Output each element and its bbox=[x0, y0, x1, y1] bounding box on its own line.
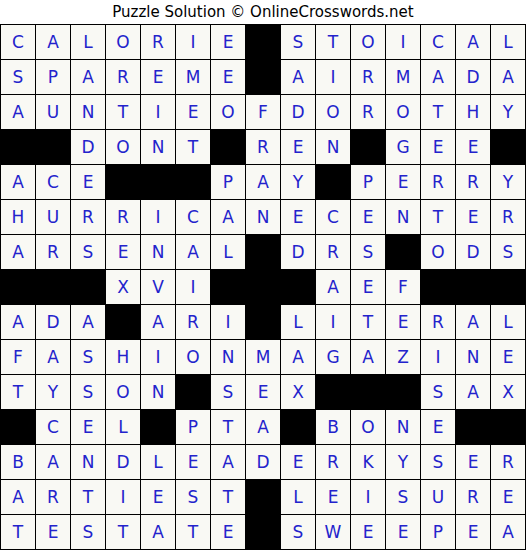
block-cell bbox=[36, 270, 70, 304]
block-cell bbox=[491, 270, 525, 304]
letter-cell: L bbox=[211, 235, 245, 269]
letter-cell: R bbox=[491, 200, 525, 234]
letter-cell: O bbox=[386, 95, 420, 129]
letter-cell: E bbox=[386, 305, 420, 339]
block-cell bbox=[351, 375, 385, 409]
block-cell bbox=[36, 130, 70, 164]
letter-cell: A bbox=[1, 480, 35, 514]
block-cell bbox=[141, 410, 175, 444]
letter-cell: N bbox=[141, 130, 175, 164]
letter-cell: R bbox=[71, 200, 105, 234]
letter-cell: R bbox=[176, 305, 210, 339]
letter-cell: C bbox=[36, 165, 70, 199]
letter-cell: L bbox=[491, 305, 525, 339]
letter-cell: R bbox=[106, 60, 140, 94]
letter-cell: E bbox=[281, 200, 315, 234]
letter-cell: E bbox=[176, 95, 210, 129]
letter-cell: Y bbox=[281, 165, 315, 199]
letter-cell: I bbox=[141, 95, 175, 129]
letter-cell: E bbox=[421, 130, 455, 164]
letter-cell: A bbox=[71, 305, 105, 339]
letter-cell: L bbox=[141, 445, 175, 479]
letter-cell: T bbox=[211, 480, 245, 514]
letter-cell: E bbox=[351, 270, 385, 304]
letter-cell: O bbox=[106, 25, 140, 59]
letter-cell: T bbox=[176, 130, 210, 164]
block-cell bbox=[141, 165, 175, 199]
letter-cell: D bbox=[71, 130, 105, 164]
letter-cell: X bbox=[106, 270, 140, 304]
letter-cell: L bbox=[281, 480, 315, 514]
letter-cell: R bbox=[456, 165, 490, 199]
block-cell bbox=[316, 375, 350, 409]
block-cell bbox=[316, 165, 350, 199]
letter-cell: D bbox=[246, 445, 280, 479]
letter-cell: A bbox=[456, 25, 490, 59]
letter-cell: K bbox=[351, 445, 385, 479]
letter-cell: D bbox=[281, 235, 315, 269]
letter-cell: Y bbox=[36, 375, 70, 409]
letter-cell: A bbox=[141, 515, 175, 549]
page-title: Puzzle Solution © OnlineCrosswords.net bbox=[0, 0, 526, 24]
letter-cell: D bbox=[36, 305, 70, 339]
letter-cell: E bbox=[281, 130, 315, 164]
letter-cell: W bbox=[316, 515, 350, 549]
letter-cell: C bbox=[176, 200, 210, 234]
letter-cell: I bbox=[176, 270, 210, 304]
letter-cell: H bbox=[106, 340, 140, 374]
letter-cell: S bbox=[71, 375, 105, 409]
letter-cell: S bbox=[211, 375, 245, 409]
block-cell bbox=[1, 270, 35, 304]
letter-cell: N bbox=[246, 200, 280, 234]
letter-cell: I bbox=[316, 305, 350, 339]
letter-cell: E bbox=[386, 515, 420, 549]
letter-cell: L bbox=[106, 410, 140, 444]
letter-cell: S bbox=[281, 25, 315, 59]
letter-cell: I bbox=[316, 60, 350, 94]
block-cell bbox=[281, 270, 315, 304]
letter-cell: A bbox=[1, 235, 35, 269]
letter-cell: T bbox=[176, 515, 210, 549]
letter-cell: R bbox=[36, 235, 70, 269]
letter-cell: S bbox=[421, 445, 455, 479]
letter-cell: T bbox=[316, 25, 350, 59]
letter-cell: O bbox=[106, 130, 140, 164]
letter-cell: S bbox=[351, 235, 385, 269]
block-cell bbox=[246, 235, 280, 269]
letter-cell: I bbox=[386, 25, 420, 59]
letter-cell: L bbox=[281, 305, 315, 339]
letter-cell: T bbox=[1, 375, 35, 409]
letter-cell: E bbox=[106, 235, 140, 269]
letter-cell: G bbox=[316, 340, 350, 374]
letter-cell: N bbox=[71, 445, 105, 479]
letter-cell: T bbox=[421, 95, 455, 129]
letter-cell: S bbox=[281, 515, 315, 549]
letter-cell: L bbox=[71, 25, 105, 59]
block-cell bbox=[491, 410, 525, 444]
letter-cell: E bbox=[71, 165, 105, 199]
block-cell bbox=[246, 60, 280, 94]
block-cell bbox=[421, 270, 455, 304]
letter-cell: E bbox=[141, 480, 175, 514]
letter-cell: A bbox=[246, 165, 280, 199]
crossword-grid: CALORIESTOICALSPAREMEAIRMADAAUNTIEOFDORO… bbox=[0, 24, 526, 550]
letter-cell: S bbox=[71, 235, 105, 269]
block-cell bbox=[386, 375, 420, 409]
letter-cell: R bbox=[316, 235, 350, 269]
letter-cell: E bbox=[491, 480, 525, 514]
letter-cell: D bbox=[106, 445, 140, 479]
block-cell bbox=[246, 25, 280, 59]
block-cell bbox=[246, 305, 280, 339]
letter-cell: I bbox=[176, 25, 210, 59]
letter-cell: I bbox=[351, 480, 385, 514]
letter-cell: A bbox=[71, 60, 105, 94]
letter-cell: S bbox=[421, 375, 455, 409]
letter-cell: R bbox=[141, 25, 175, 59]
letter-cell: R bbox=[106, 200, 140, 234]
puzzle-solution-page: Puzzle Solution © OnlineCrosswords.net C… bbox=[0, 0, 526, 551]
letter-cell: O bbox=[351, 25, 385, 59]
letter-cell: I bbox=[421, 340, 455, 374]
letter-cell: V bbox=[141, 270, 175, 304]
letter-cell: R bbox=[351, 95, 385, 129]
letter-cell: A bbox=[281, 340, 315, 374]
letter-cell: R bbox=[421, 165, 455, 199]
letter-cell: I bbox=[106, 480, 140, 514]
letter-cell: S bbox=[71, 515, 105, 549]
letter-cell: S bbox=[386, 480, 420, 514]
letter-cell: S bbox=[1, 60, 35, 94]
letter-cell: E bbox=[141, 60, 175, 94]
letter-cell: A bbox=[456, 375, 490, 409]
letter-cell: E bbox=[176, 445, 210, 479]
letter-cell: E bbox=[386, 165, 420, 199]
letter-cell: C bbox=[36, 410, 70, 444]
letter-cell: T bbox=[1, 515, 35, 549]
letter-cell: E bbox=[351, 200, 385, 234]
letter-cell: E bbox=[456, 445, 490, 479]
letter-cell: S bbox=[176, 480, 210, 514]
block-cell bbox=[1, 130, 35, 164]
letter-cell: A bbox=[351, 340, 385, 374]
letter-cell: B bbox=[316, 410, 350, 444]
letter-cell: E bbox=[491, 340, 525, 374]
letter-cell: N bbox=[71, 95, 105, 129]
letter-cell: T bbox=[351, 305, 385, 339]
block-cell bbox=[106, 165, 140, 199]
letter-cell: E bbox=[246, 375, 280, 409]
letter-cell: A bbox=[211, 200, 245, 234]
letter-cell: B bbox=[1, 445, 35, 479]
letter-cell: F bbox=[246, 95, 280, 129]
letter-cell: A bbox=[281, 60, 315, 94]
letter-cell: O bbox=[211, 95, 245, 129]
letter-cell: A bbox=[491, 515, 525, 549]
block-cell bbox=[1, 410, 35, 444]
letter-cell: T bbox=[421, 200, 455, 234]
letter-cell: D bbox=[456, 235, 490, 269]
letter-cell: M bbox=[386, 60, 420, 94]
letter-cell: E bbox=[211, 25, 245, 59]
block-cell bbox=[211, 130, 245, 164]
letter-cell: Y bbox=[491, 95, 525, 129]
letter-cell: A bbox=[36, 445, 70, 479]
block-cell bbox=[71, 270, 105, 304]
letter-cell: S bbox=[491, 235, 525, 269]
letter-cell: E bbox=[456, 130, 490, 164]
letter-cell: Z bbox=[386, 340, 420, 374]
letter-cell: N bbox=[386, 200, 420, 234]
letter-cell: R bbox=[491, 445, 525, 479]
letter-cell: A bbox=[1, 305, 35, 339]
letter-cell: P bbox=[176, 410, 210, 444]
letter-cell: C bbox=[316, 200, 350, 234]
letter-cell: E bbox=[351, 515, 385, 549]
letter-cell: C bbox=[1, 25, 35, 59]
letter-cell: A bbox=[421, 60, 455, 94]
letter-cell: O bbox=[421, 235, 455, 269]
letter-cell: E bbox=[211, 60, 245, 94]
block-cell bbox=[351, 130, 385, 164]
letter-cell: A bbox=[141, 305, 175, 339]
letter-cell: C bbox=[421, 25, 455, 59]
letter-cell: A bbox=[36, 25, 70, 59]
letter-cell: D bbox=[281, 95, 315, 129]
letter-cell: A bbox=[36, 340, 70, 374]
letter-cell: P bbox=[36, 60, 70, 94]
letter-cell: H bbox=[456, 95, 490, 129]
letter-cell: A bbox=[246, 410, 280, 444]
letter-cell: M bbox=[176, 60, 210, 94]
letter-cell: N bbox=[141, 235, 175, 269]
letter-cell: I bbox=[141, 200, 175, 234]
letter-cell: O bbox=[316, 95, 350, 129]
letter-cell: N bbox=[386, 410, 420, 444]
letter-cell: A bbox=[316, 270, 350, 304]
letter-cell: A bbox=[1, 95, 35, 129]
letter-cell: E bbox=[421, 410, 455, 444]
block-cell bbox=[386, 235, 420, 269]
block-cell bbox=[106, 305, 140, 339]
letter-cell: A bbox=[491, 60, 525, 94]
letter-cell: P bbox=[421, 515, 455, 549]
letter-cell: H bbox=[1, 200, 35, 234]
letter-cell: I bbox=[141, 340, 175, 374]
letter-cell: F bbox=[386, 270, 420, 304]
letter-cell: F bbox=[1, 340, 35, 374]
block-cell bbox=[456, 410, 490, 444]
letter-cell: A bbox=[176, 235, 210, 269]
letter-cell: E bbox=[36, 515, 70, 549]
letter-cell: O bbox=[176, 340, 210, 374]
letter-cell: R bbox=[316, 445, 350, 479]
letter-cell: E bbox=[211, 515, 245, 549]
block-cell bbox=[176, 375, 210, 409]
letter-cell: X bbox=[281, 375, 315, 409]
letter-cell: P bbox=[351, 165, 385, 199]
letter-cell: R bbox=[351, 60, 385, 94]
letter-cell: E bbox=[316, 480, 350, 514]
letter-cell: I bbox=[211, 305, 245, 339]
letter-cell: E bbox=[456, 515, 490, 549]
letter-cell: R bbox=[246, 130, 280, 164]
letter-cell: A bbox=[456, 305, 490, 339]
letter-cell: N bbox=[456, 340, 490, 374]
letter-cell: U bbox=[421, 480, 455, 514]
block-cell bbox=[211, 270, 245, 304]
letter-cell: G bbox=[386, 130, 420, 164]
letter-cell: A bbox=[211, 445, 245, 479]
letter-cell: U bbox=[36, 200, 70, 234]
letter-cell: L bbox=[491, 25, 525, 59]
letter-cell: N bbox=[316, 130, 350, 164]
letter-cell: R bbox=[36, 480, 70, 514]
block-cell bbox=[491, 130, 525, 164]
letter-cell: X bbox=[491, 375, 525, 409]
block-cell bbox=[281, 410, 315, 444]
letter-cell: U bbox=[36, 95, 70, 129]
letter-cell: S bbox=[71, 340, 105, 374]
block-cell bbox=[246, 480, 280, 514]
letter-cell: T bbox=[106, 95, 140, 129]
block-cell bbox=[456, 270, 490, 304]
letter-cell: M bbox=[246, 340, 280, 374]
letter-cell: R bbox=[421, 305, 455, 339]
letter-cell: Y bbox=[386, 445, 420, 479]
letter-cell: N bbox=[211, 340, 245, 374]
letter-cell: E bbox=[456, 200, 490, 234]
letter-cell: A bbox=[1, 165, 35, 199]
letter-cell: T bbox=[106, 515, 140, 549]
block-cell bbox=[176, 165, 210, 199]
block-cell bbox=[246, 515, 280, 549]
letter-cell: T bbox=[211, 410, 245, 444]
letter-cell: R bbox=[456, 480, 490, 514]
letter-cell: E bbox=[281, 445, 315, 479]
letter-cell: O bbox=[351, 410, 385, 444]
letter-cell: O bbox=[106, 375, 140, 409]
letter-cell: N bbox=[141, 375, 175, 409]
letter-cell: Y bbox=[491, 165, 525, 199]
letter-cell: P bbox=[211, 165, 245, 199]
block-cell bbox=[246, 270, 280, 304]
letter-cell: E bbox=[71, 410, 105, 444]
letter-cell: D bbox=[456, 60, 490, 94]
letter-cell: T bbox=[71, 480, 105, 514]
